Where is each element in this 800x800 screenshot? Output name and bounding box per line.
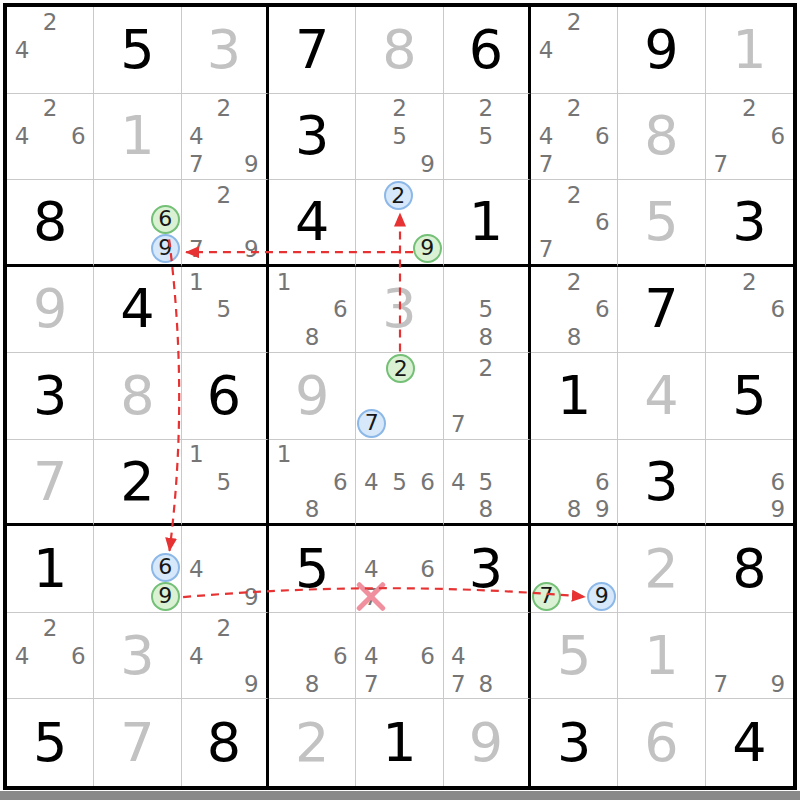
empty-candidate-slot — [587, 555, 616, 582]
empty-candidate-slot — [385, 555, 413, 583]
cell-r6c6[interactable]: 458 — [444, 440, 531, 527]
empty-candidate-slot — [210, 150, 237, 178]
candidate-digit: 6 — [64, 122, 92, 150]
candidate-grid: 68 — [270, 614, 354, 698]
candidate-digit: 9 — [764, 670, 792, 698]
cell-r1c1[interactable]: 24 — [7, 7, 94, 94]
candidate-digit: 6 — [764, 468, 792, 495]
cell-r1c9[interactable]: 1 — [706, 7, 793, 94]
chain-node-blue[interactable]: 7 — [357, 409, 386, 438]
empty-candidate-slot — [472, 614, 499, 642]
candidate-digit: 9 — [587, 582, 616, 611]
empty-candidate-slot — [357, 383, 386, 409]
cell-r3c3[interactable]: 279 — [182, 180, 269, 267]
cell-r6c8[interactable]: 3 — [618, 440, 705, 527]
empty-candidate-slot — [500, 268, 527, 296]
panel-edge — [0, 791, 800, 800]
cell-r2c8[interactable]: 8 — [618, 94, 705, 181]
cell-r1c7[interactable]: 24 — [531, 7, 618, 94]
candidate-digit: 8 — [298, 670, 326, 698]
empty-candidate-slot — [326, 670, 354, 698]
chain-node-blue[interactable]: 9 — [587, 582, 616, 611]
empty-candidate-slot — [123, 205, 151, 234]
solved-digit: 9 — [269, 353, 355, 439]
cell-r8c3[interactable]: 249 — [182, 613, 269, 700]
candidate-digit: 8 — [298, 323, 326, 351]
empty-candidate-slot — [588, 8, 616, 36]
empty-candidate-slot — [238, 208, 265, 235]
empty-candidate-slot — [735, 468, 763, 495]
empty-candidate-slot — [357, 181, 383, 210]
candidate-digit: 6 — [588, 208, 616, 235]
cell-r5c3[interactable]: 6 — [182, 353, 269, 440]
empty-candidate-slot — [357, 527, 385, 555]
cell-r5c7[interactable]: 1 — [531, 353, 618, 440]
chain-node-blue[interactable]: 9 — [151, 234, 180, 263]
candidate-digit: 2 — [472, 95, 499, 123]
empty-candidate-slot — [413, 210, 442, 234]
cell-r7c9[interactable]: 8 — [706, 526, 793, 613]
empty-candidate-slot — [735, 150, 763, 178]
cell-r8c1[interactable]: 246 — [7, 613, 94, 700]
candidate-digit: 7 — [445, 410, 472, 438]
empty-candidate-slot — [414, 614, 442, 642]
cell-r6c4[interactable]: 168 — [269, 440, 356, 527]
cell-r9c3[interactable]: 8 — [182, 699, 269, 786]
cell-r3c8[interactable]: 5 — [618, 180, 705, 267]
candidate-digit: 5 — [472, 296, 499, 324]
empty-candidate-slot — [238, 441, 265, 468]
empty-candidate-slot — [357, 234, 383, 263]
candidate-grid: 25 — [445, 95, 527, 179]
empty-candidate-slot — [414, 122, 442, 150]
empty-candidate-slot — [588, 235, 616, 262]
cell-r6c7[interactable]: 689 — [531, 440, 618, 527]
candidate-digit: 8 — [560, 495, 588, 522]
empty-candidate-slot — [385, 495, 413, 522]
chain-node-green[interactable]: 6 — [151, 205, 180, 234]
empty-candidate-slot — [123, 234, 151, 263]
cell-r1c3[interactable]: 3 — [182, 7, 269, 94]
empty-candidate-slot — [707, 495, 735, 522]
cell-r4c5[interactable]: 3 — [356, 267, 443, 354]
cell-r9c8[interactable]: 6 — [618, 699, 705, 786]
given-digit: 5 — [94, 7, 180, 93]
candidate-digit: 4 — [532, 36, 560, 64]
empty-candidate-slot — [210, 495, 237, 522]
candidate-digit: 2 — [36, 614, 64, 642]
empty-candidate-slot — [183, 583, 210, 611]
given-digit: 4 — [706, 699, 793, 786]
solved-digit: 5 — [531, 613, 617, 699]
cell-r9c7[interactable]: 3 — [531, 699, 618, 786]
candidate-grid: 249 — [183, 614, 265, 698]
empty-candidate-slot — [415, 354, 441, 383]
empty-candidate-slot — [210, 208, 237, 235]
candidate-grid: 29 — [357, 181, 441, 263]
candidate-digit: 2 — [560, 8, 588, 36]
empty-candidate-slot — [357, 150, 385, 178]
chain-node-blue[interactable]: 2 — [384, 181, 413, 210]
candidate-grid: 458 — [445, 441, 527, 523]
candidate-digit: 9 — [151, 234, 180, 263]
candidate-digit: 9 — [764, 495, 792, 522]
empty-candidate-slot — [413, 181, 442, 210]
cell-r7c5[interactable]: 467 — [356, 526, 443, 613]
candidate-grid: 689 — [532, 441, 616, 523]
empty-candidate-slot — [357, 210, 383, 234]
given-digit: 2 — [94, 440, 180, 524]
empty-candidate-slot — [764, 642, 792, 670]
empty-candidate-slot — [414, 670, 442, 698]
candidate-grid: 259 — [357, 95, 441, 179]
candidate-digit: 9 — [588, 495, 616, 522]
cell-r3c1[interactable]: 8 — [7, 180, 94, 267]
chain-node-green[interactable]: 7 — [532, 582, 561, 611]
empty-candidate-slot — [238, 268, 265, 296]
empty-candidate-slot — [123, 553, 151, 582]
empty-candidate-slot — [238, 95, 265, 123]
empty-candidate-slot — [560, 468, 588, 495]
empty-candidate-slot — [735, 495, 763, 522]
empty-candidate-slot — [532, 527, 561, 554]
cell-r3c5[interactable]: 29 — [356, 180, 443, 267]
cell-r9c5[interactable]: 1 — [356, 699, 443, 786]
cell-r8c2[interactable]: 3 — [94, 613, 181, 700]
given-digit: 3 — [618, 440, 704, 524]
candidate-digit: 6 — [326, 296, 354, 324]
candidate-digit: 8 — [472, 495, 499, 522]
given-digit: 3 — [531, 699, 617, 786]
cell-r3c9[interactable]: 3 — [706, 180, 793, 267]
candidate-digit: 2 — [36, 95, 64, 123]
empty-candidate-slot — [764, 614, 792, 642]
cell-r8c7[interactable]: 5 — [531, 613, 618, 700]
empty-candidate-slot — [500, 296, 527, 324]
empty-candidate-slot — [532, 181, 560, 208]
empty-candidate-slot — [36, 150, 64, 178]
solved-digit: 5 — [618, 180, 704, 264]
cell-r4c6[interactable]: 58 — [444, 267, 531, 354]
candidate-digit: 4 — [8, 122, 36, 150]
candidate-grid: 2479 — [183, 95, 265, 179]
empty-candidate-slot — [735, 441, 763, 468]
candidate-digit: 5 — [385, 122, 413, 150]
cell-r2c5[interactable]: 259 — [356, 94, 443, 181]
candidate-digit: 2 — [735, 268, 763, 296]
given-digit: 8 — [182, 699, 266, 786]
cell-r7c7[interactable]: 79 — [531, 526, 618, 613]
candidate-digit: 4 — [532, 122, 560, 150]
empty-candidate-slot — [588, 150, 616, 178]
candidate-digit: 7 — [707, 670, 735, 698]
cell-r6c2[interactable]: 2 — [94, 440, 181, 527]
empty-candidate-slot — [707, 642, 735, 670]
cell-r7c8[interactable]: 2 — [618, 526, 705, 613]
candidate-digit: 6 — [764, 296, 792, 324]
empty-candidate-slot — [445, 296, 472, 324]
empty-candidate-slot — [445, 441, 472, 468]
empty-candidate-slot — [532, 296, 560, 324]
cell-r8c8[interactable]: 1 — [618, 613, 705, 700]
candidate-digit: 7 — [532, 150, 560, 178]
cell-r8c4[interactable]: 68 — [269, 613, 356, 700]
candidate-digit: 6 — [588, 296, 616, 324]
empty-candidate-slot — [8, 614, 36, 642]
sudoku-board: 2453786249124612479325925246782678692794… — [3, 3, 797, 790]
cell-r9c1[interactable]: 5 — [7, 699, 94, 786]
empty-candidate-slot — [561, 582, 587, 611]
candidate-digit: 4 — [445, 642, 472, 670]
candidate-grid: 58 — [445, 268, 527, 352]
cell-r3c7[interactable]: 267 — [531, 180, 618, 267]
cell-r2c4[interactable]: 3 — [269, 94, 356, 181]
candidate-grid: 168 — [270, 441, 354, 523]
candidate-grid: 267 — [707, 95, 792, 179]
candidate-digit: 1 — [270, 441, 298, 468]
cell-r9c9[interactable]: 4 — [706, 699, 793, 786]
cell-r6c5[interactable]: 456 — [356, 440, 443, 527]
empty-candidate-slot — [385, 670, 413, 698]
cell-r4c2[interactable]: 4 — [94, 267, 181, 354]
empty-candidate-slot — [210, 527, 237, 555]
empty-candidate-slot — [500, 122, 527, 150]
empty-candidate-slot — [707, 296, 735, 324]
candidate-grid: 467 — [357, 527, 441, 611]
cell-r8c9[interactable]: 79 — [706, 613, 793, 700]
empty-candidate-slot — [500, 410, 527, 438]
chain-node-green[interactable]: 2 — [386, 354, 415, 383]
given-digit: 1 — [356, 699, 442, 786]
cell-r6c3[interactable]: 15 — [182, 440, 269, 527]
candidate-digit: 4 — [183, 642, 210, 670]
cell-r5c2[interactable]: 8 — [94, 353, 181, 440]
given-digit: 5 — [269, 526, 355, 612]
cell-r3c2[interactable]: 69 — [94, 180, 181, 267]
empty-candidate-slot — [707, 441, 735, 468]
candidate-grid: 79 — [532, 527, 616, 611]
empty-candidate-slot — [560, 150, 588, 178]
empty-candidate-slot — [707, 323, 735, 351]
empty-candidate-slot — [500, 323, 527, 351]
candidate-digit: 7 — [357, 409, 386, 438]
cell-r4c1[interactable]: 9 — [7, 267, 94, 354]
empty-candidate-slot — [385, 642, 413, 670]
empty-candidate-slot — [210, 555, 237, 583]
cell-r9c2[interactable]: 7 — [94, 699, 181, 786]
candidate-grid: 69 — [95, 181, 179, 263]
empty-candidate-slot — [500, 670, 527, 698]
cell-r7c4[interactable]: 5 — [269, 526, 356, 613]
solved-digit: 1 — [706, 7, 793, 93]
cell-r5c1[interactable]: 3 — [7, 353, 94, 440]
solved-digit: 7 — [94, 699, 180, 786]
candidate-digit: 6 — [414, 468, 442, 495]
empty-candidate-slot — [8, 670, 36, 698]
empty-candidate-slot — [183, 468, 210, 495]
candidate-digit: 2 — [560, 268, 588, 296]
candidate-digit: 6 — [588, 122, 616, 150]
empty-candidate-slot — [735, 670, 763, 698]
given-digit: 1 — [7, 526, 93, 612]
sudoku-app: 2453786249124612479325925246782678692794… — [0, 0, 800, 800]
empty-candidate-slot — [357, 495, 385, 522]
cell-r6c9[interactable]: 69 — [706, 440, 793, 527]
empty-candidate-slot — [95, 582, 123, 611]
empty-candidate-slot — [270, 614, 298, 642]
empty-candidate-slot — [588, 95, 616, 123]
empty-candidate-slot — [532, 555, 561, 582]
cell-r4c8[interactable]: 7 — [618, 267, 705, 354]
empty-candidate-slot — [500, 468, 527, 495]
empty-candidate-slot — [238, 642, 265, 670]
cell-r8c6[interactable]: 478 — [444, 613, 531, 700]
candidate-digit: 2 — [735, 95, 763, 123]
cell-r9c4[interactable]: 2 — [269, 699, 356, 786]
chain-node-green[interactable]: 9 — [413, 234, 442, 263]
given-digit: 5 — [706, 353, 793, 439]
empty-candidate-slot — [560, 122, 588, 150]
given-digit: 6 — [182, 353, 266, 439]
empty-candidate-slot — [95, 205, 123, 234]
chain-node-green[interactable]: 9 — [151, 582, 180, 611]
candidate-digit: 9 — [238, 670, 265, 698]
empty-candidate-slot — [445, 382, 472, 410]
cell-r9c6[interactable]: 9 — [444, 699, 531, 786]
given-digit: 3 — [706, 180, 793, 264]
empty-candidate-slot — [36, 642, 64, 670]
empty-candidate-slot — [183, 670, 210, 698]
empty-candidate-slot — [210, 122, 237, 150]
empty-candidate-slot — [210, 268, 237, 296]
empty-candidate-slot — [183, 296, 210, 324]
candidate-digit: 4 — [183, 122, 210, 150]
cell-r5c8[interactable]: 4 — [618, 353, 705, 440]
solved-digit: 3 — [94, 613, 180, 699]
empty-candidate-slot — [151, 527, 180, 553]
candidate-digit: 7 — [445, 670, 472, 698]
empty-candidate-slot — [210, 642, 237, 670]
empty-candidate-slot — [707, 95, 735, 123]
cell-r5c5[interactable]: 27 — [356, 353, 443, 440]
cell-r1c8[interactable]: 9 — [618, 7, 705, 94]
cell-r2c6[interactable]: 25 — [444, 94, 531, 181]
empty-candidate-slot — [385, 614, 413, 642]
cell-r2c9[interactable]: 267 — [706, 94, 793, 181]
empty-candidate-slot — [95, 527, 123, 553]
solved-digit: 3 — [356, 267, 442, 353]
candidate-digit: 7 — [532, 582, 561, 611]
empty-candidate-slot — [238, 122, 265, 150]
cell-r7c1[interactable]: 1 — [7, 526, 94, 613]
cell-r4c3[interactable]: 15 — [182, 267, 269, 354]
candidate-digit: 9 — [238, 235, 265, 262]
cell-r4c9[interactable]: 26 — [706, 267, 793, 354]
cell-r2c7[interactable]: 2467 — [531, 94, 618, 181]
candidate-digit: 9 — [413, 234, 442, 263]
empty-candidate-slot — [183, 495, 210, 522]
cell-r1c6[interactable]: 6 — [444, 7, 531, 94]
given-digit: 4 — [269, 180, 355, 264]
empty-candidate-slot — [500, 642, 527, 670]
empty-candidate-slot — [500, 382, 527, 410]
chain-node-blue[interactable]: 6 — [151, 553, 180, 582]
empty-candidate-slot — [764, 268, 792, 296]
empty-candidate-slot — [385, 441, 413, 468]
empty-candidate-slot — [532, 495, 560, 522]
cell-r1c5[interactable]: 8 — [356, 7, 443, 94]
candidate-digit: 2 — [385, 95, 413, 123]
candidate-grid: 49 — [183, 527, 265, 611]
candidate-grid: 24 — [532, 8, 616, 92]
candidate-digit: 6 — [151, 553, 180, 582]
empty-candidate-slot — [560, 36, 588, 64]
candidate-grid: 268 — [532, 268, 616, 352]
candidate-digit: 2 — [560, 181, 588, 208]
cell-r8c5[interactable]: 467 — [356, 613, 443, 700]
cell-r5c9[interactable]: 5 — [706, 353, 793, 440]
empty-candidate-slot — [445, 495, 472, 522]
empty-candidate-slot — [357, 95, 385, 123]
empty-candidate-slot — [735, 122, 763, 150]
candidate-digit: 2 — [386, 354, 415, 383]
cell-r7c3[interactable]: 49 — [182, 526, 269, 613]
empty-candidate-slot — [270, 296, 298, 324]
candidate-digit: 5 — [385, 468, 413, 495]
empty-candidate-slot — [764, 150, 792, 178]
cell-r6c1[interactable]: 7 — [7, 440, 94, 527]
empty-candidate-slot — [500, 354, 527, 382]
empty-candidate-slot — [64, 8, 92, 36]
cell-r1c4[interactable]: 7 — [269, 7, 356, 94]
cell-r5c6[interactable]: 27 — [444, 353, 531, 440]
candidate-digit: 8 — [560, 323, 588, 351]
candidate-digit: 6 — [764, 122, 792, 150]
candidate-digit: 5 — [210, 468, 237, 495]
given-digit: 1 — [531, 353, 617, 439]
cell-r2c3[interactable]: 2479 — [182, 94, 269, 181]
cell-r3c4[interactable]: 4 — [269, 180, 356, 267]
candidate-digit: 7 — [183, 235, 210, 262]
cell-r3c6[interactable]: 1 — [444, 180, 531, 267]
cell-r2c1[interactable]: 246 — [7, 94, 94, 181]
empty-candidate-slot — [95, 234, 123, 263]
candidate-grid: 2467 — [532, 95, 616, 179]
empty-candidate-slot — [357, 122, 385, 150]
candidate-digit: 4 — [445, 468, 472, 495]
empty-candidate-slot — [414, 95, 442, 123]
cell-r2c2[interactable]: 1 — [94, 94, 181, 181]
empty-candidate-slot — [561, 555, 587, 582]
empty-candidate-slot — [500, 150, 527, 178]
cell-r5c4[interactable]: 9 — [269, 353, 356, 440]
empty-candidate-slot — [95, 553, 123, 582]
empty-candidate-slot — [183, 614, 210, 642]
empty-candidate-slot — [445, 354, 472, 382]
candidate-digit: 6 — [326, 642, 354, 670]
cell-r4c4[interactable]: 168 — [269, 267, 356, 354]
empty-candidate-slot — [415, 383, 441, 409]
cell-r1c2[interactable]: 5 — [94, 7, 181, 94]
cell-r4c7[interactable]: 268 — [531, 267, 618, 354]
empty-candidate-slot — [385, 527, 413, 555]
empty-candidate-slot — [707, 468, 735, 495]
empty-candidate-slot — [298, 296, 326, 324]
empty-candidate-slot — [123, 181, 151, 205]
empty-candidate-slot — [445, 323, 472, 351]
cell-r7c2[interactable]: 69 — [94, 526, 181, 613]
cell-r7c6[interactable]: 3 — [444, 526, 531, 613]
